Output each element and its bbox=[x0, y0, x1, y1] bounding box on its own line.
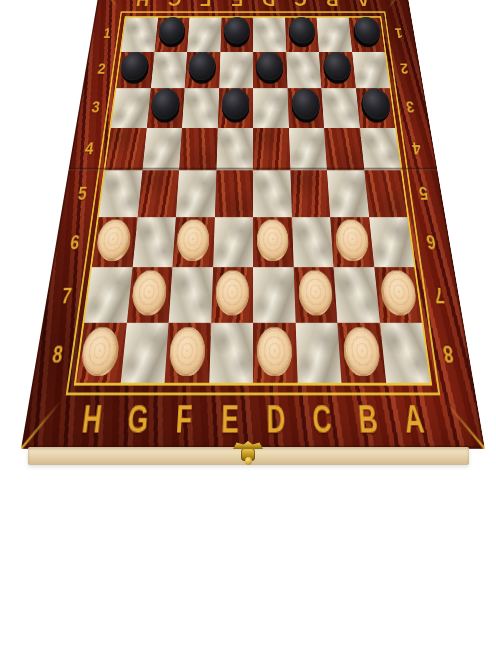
square-b8[interactable] bbox=[337, 322, 385, 383]
perspective-wrapper: HGFEDCBA HGFEDCBA 12345678 12345678 bbox=[21, 0, 485, 449]
file-label-near-e: E bbox=[206, 391, 253, 449]
file-label-near-d: D bbox=[253, 391, 300, 449]
rank-label-right-8: 8 bbox=[424, 324, 474, 385]
square-h5[interactable] bbox=[99, 170, 142, 216]
square-b5[interactable] bbox=[327, 170, 369, 216]
square-a5[interactable] bbox=[364, 170, 407, 216]
square-e4[interactable] bbox=[216, 128, 253, 171]
square-d6[interactable] bbox=[253, 217, 293, 267]
square-b3[interactable] bbox=[321, 88, 359, 127]
rank-label-left-4: 4 bbox=[69, 127, 110, 170]
file-label-far-f: F bbox=[189, 0, 222, 13]
square-a8[interactable] bbox=[380, 322, 430, 383]
square-e6[interactable] bbox=[213, 217, 253, 267]
square-f6[interactable] bbox=[172, 217, 214, 267]
square-f4[interactable] bbox=[179, 128, 217, 171]
square-g6[interactable] bbox=[132, 217, 176, 267]
rank-label-right-3: 3 bbox=[391, 87, 430, 127]
square-g5[interactable] bbox=[137, 170, 179, 216]
square-b6[interactable] bbox=[330, 217, 374, 267]
square-c4[interactable] bbox=[289, 128, 327, 171]
rank-label-left-8: 8 bbox=[32, 324, 82, 385]
square-e8[interactable] bbox=[209, 322, 253, 383]
square-c3[interactable] bbox=[287, 88, 324, 127]
board-frame: HGFEDCBA HGFEDCBA 12345678 12345678 bbox=[21, 0, 485, 449]
rank-label-left-2: 2 bbox=[83, 50, 120, 87]
file-label-far-c: C bbox=[284, 0, 317, 13]
square-a1[interactable] bbox=[348, 18, 384, 52]
fold-seam bbox=[69, 167, 438, 170]
product-photo-stage: HGFEDCBA HGFEDCBA 12345678 12345678 bbox=[0, 0, 496, 664]
square-g8[interactable] bbox=[120, 322, 168, 383]
rank-label-left-6: 6 bbox=[52, 217, 97, 268]
square-h2[interactable] bbox=[116, 52, 154, 89]
file-label-near-b: B bbox=[343, 391, 394, 449]
square-e2[interactable] bbox=[219, 52, 253, 89]
file-label-far-h: H bbox=[125, 0, 160, 13]
square-g7[interactable] bbox=[126, 267, 172, 322]
square-h1[interactable] bbox=[121, 18, 157, 52]
rank-label-right-4: 4 bbox=[397, 127, 438, 170]
file-label-near-h: H bbox=[65, 391, 118, 449]
square-c8[interactable] bbox=[295, 322, 341, 383]
square-f7[interactable] bbox=[169, 267, 213, 322]
square-a6[interactable] bbox=[369, 217, 414, 267]
square-b4[interactable] bbox=[324, 128, 364, 171]
file-labels-far: HGFEDCBA bbox=[125, 0, 380, 13]
square-e3[interactable] bbox=[217, 88, 253, 127]
square-c5[interactable] bbox=[290, 170, 330, 216]
square-a3[interactable] bbox=[356, 88, 396, 127]
square-h7[interactable] bbox=[84, 267, 132, 322]
square-a7[interactable] bbox=[374, 267, 422, 322]
rank-label-left-3: 3 bbox=[76, 87, 115, 127]
square-a2[interactable] bbox=[352, 52, 390, 89]
square-d2[interactable] bbox=[253, 52, 287, 89]
square-e7[interactable] bbox=[211, 267, 253, 322]
square-h3[interactable] bbox=[111, 88, 151, 127]
square-d8[interactable] bbox=[253, 322, 297, 383]
board-3d: HGFEDCBA HGFEDCBA 12345678 12345678 bbox=[21, 0, 485, 449]
rank-label-right-6: 6 bbox=[409, 217, 454, 268]
file-label-near-f: F bbox=[159, 391, 208, 449]
file-label-far-d: D bbox=[253, 0, 285, 13]
file-label-near-c: C bbox=[298, 391, 347, 449]
square-b1[interactable] bbox=[317, 18, 352, 52]
square-f3[interactable] bbox=[182, 88, 219, 127]
file-label-far-a: A bbox=[346, 0, 381, 13]
square-e1[interactable] bbox=[220, 18, 253, 52]
rank-label-right-5: 5 bbox=[403, 170, 446, 217]
square-c1[interactable] bbox=[285, 18, 319, 52]
file-label-near-a: A bbox=[388, 391, 441, 449]
file-labels-near: HGFEDCBA bbox=[65, 391, 441, 449]
square-d3[interactable] bbox=[253, 88, 289, 127]
square-d4[interactable] bbox=[253, 128, 290, 171]
file-label-far-g: G bbox=[157, 0, 191, 13]
rank-label-left-7: 7 bbox=[42, 268, 90, 324]
square-h8[interactable] bbox=[76, 322, 126, 383]
square-c7[interactable] bbox=[293, 267, 337, 322]
rank-label-left-5: 5 bbox=[61, 170, 104, 217]
rank-label-right-1: 1 bbox=[381, 16, 417, 50]
rank-label-right-7: 7 bbox=[416, 268, 464, 324]
square-b7[interactable] bbox=[334, 267, 380, 322]
square-c2[interactable] bbox=[286, 52, 321, 89]
file-label-far-b: B bbox=[315, 0, 349, 13]
playing-field bbox=[74, 16, 432, 385]
square-e5[interactable] bbox=[214, 170, 253, 216]
file-label-near-g: G bbox=[112, 391, 163, 449]
square-a4[interactable] bbox=[360, 128, 401, 171]
square-g2[interactable] bbox=[150, 52, 187, 89]
brass-clasp-knob bbox=[245, 457, 252, 465]
square-h4[interactable] bbox=[105, 128, 146, 171]
square-g1[interactable] bbox=[154, 18, 189, 52]
square-f2[interactable] bbox=[185, 52, 220, 89]
square-c6[interactable] bbox=[292, 217, 334, 267]
file-label-far-e: E bbox=[221, 0, 253, 13]
square-d1[interactable] bbox=[253, 18, 286, 52]
rank-label-right-2: 2 bbox=[386, 50, 423, 87]
square-d5[interactable] bbox=[253, 170, 292, 216]
square-d7[interactable] bbox=[253, 267, 295, 322]
square-f1[interactable] bbox=[187, 18, 221, 52]
square-f5[interactable] bbox=[176, 170, 216, 216]
square-h6[interactable] bbox=[92, 217, 137, 267]
rank-label-left-1: 1 bbox=[89, 16, 125, 50]
square-g3[interactable] bbox=[146, 88, 184, 127]
square-g4[interactable] bbox=[142, 128, 182, 171]
square-b2[interactable] bbox=[319, 52, 356, 89]
square-f8[interactable] bbox=[165, 322, 211, 383]
